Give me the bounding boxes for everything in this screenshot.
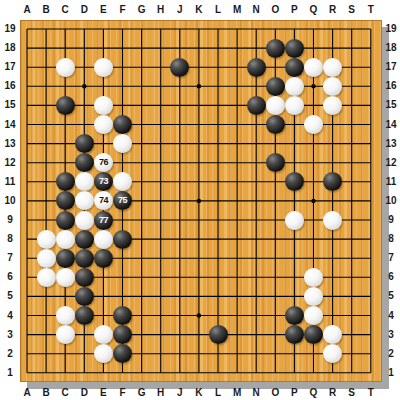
column-label-top-E: E — [100, 5, 107, 15]
row-label-right-1: 1 — [388, 368, 394, 378]
row-label-left-15: 15 — [4, 100, 15, 110]
row-label-right-6: 6 — [388, 272, 394, 282]
black-stone-C10 — [56, 191, 75, 210]
star-point-K16 — [197, 84, 201, 88]
row-label-left-1: 1 — [7, 368, 13, 378]
column-label-bottom-K: K — [195, 388, 202, 398]
column-label-bottom-N: N — [253, 388, 260, 398]
column-label-bottom-S: S — [348, 388, 355, 398]
column-label-top-K: K — [195, 5, 202, 15]
white-stone-E17 — [94, 58, 113, 77]
column-label-bottom-J: J — [177, 388, 183, 398]
black-stone-L3 — [209, 325, 228, 344]
black-stone-C15 — [56, 96, 75, 115]
move-number-73: 73 — [99, 177, 108, 186]
white-stone-E3 — [94, 325, 113, 344]
row-label-right-5: 5 — [388, 291, 394, 301]
row-label-left-12: 12 — [4, 158, 15, 168]
row-label-left-14: 14 — [4, 120, 15, 130]
white-stone-C3 — [56, 325, 75, 344]
black-stone-D7 — [75, 249, 94, 268]
white-stone-R15 — [323, 96, 342, 115]
black-stone-F8 — [113, 230, 132, 249]
black-stone-P4 — [285, 306, 304, 325]
column-label-top-F: F — [119, 5, 125, 15]
white-stone-E2 — [94, 344, 113, 363]
column-label-top-A: A — [23, 5, 30, 15]
move-number-77: 77 — [99, 216, 108, 225]
black-stone-J17 — [170, 58, 189, 77]
row-label-right-10: 10 — [385, 196, 396, 206]
black-stone-O18 — [266, 39, 285, 58]
row-label-right-17: 17 — [385, 62, 396, 72]
column-label-bottom-P: P — [291, 388, 298, 398]
row-label-right-18: 18 — [385, 43, 396, 53]
column-label-bottom-E: E — [100, 388, 107, 398]
black-stone-F3 — [113, 325, 132, 344]
black-stone-D8 — [75, 230, 94, 249]
white-stone-E15 — [94, 96, 113, 115]
row-label-right-11: 11 — [386, 177, 397, 187]
move-number-76: 76 — [99, 158, 108, 167]
black-stone-P17 — [285, 58, 304, 77]
column-label-top-P: P — [291, 5, 298, 15]
white-stone-D11 — [75, 172, 94, 191]
black-stone-D6 — [75, 268, 94, 287]
row-label-right-14: 14 — [385, 120, 396, 130]
white-stone-C4 — [56, 306, 75, 325]
black-stone-C9 — [56, 211, 75, 230]
column-label-bottom-C: C — [62, 388, 69, 398]
column-label-top-H: H — [157, 5, 164, 15]
column-label-top-J: J — [177, 5, 183, 15]
row-label-left-13: 13 — [4, 139, 15, 149]
row-label-right-2: 2 — [388, 349, 394, 359]
black-stone-C7 — [56, 249, 75, 268]
row-label-left-16: 16 — [4, 81, 15, 91]
row-label-left-4: 4 — [7, 311, 13, 321]
row-label-left-2: 2 — [7, 349, 13, 359]
black-stone-D13 — [75, 134, 94, 153]
white-stone-P9 — [285, 211, 304, 230]
star-point-K10 — [197, 199, 201, 203]
black-stone-N17 — [247, 58, 266, 77]
row-label-right-3: 3 — [388, 330, 394, 340]
black-stone-P3 — [285, 325, 304, 344]
column-label-bottom-F: F — [119, 388, 125, 398]
white-stone-E14 — [94, 115, 113, 134]
column-label-top-C: C — [62, 5, 69, 15]
row-label-left-8: 8 — [7, 234, 13, 244]
black-stone-O12 — [266, 153, 285, 172]
go-board[interactable]: 7377757674 — [20, 20, 382, 382]
column-label-top-O: O — [271, 5, 279, 15]
white-stone-R17 — [323, 58, 342, 77]
row-label-left-11: 11 — [5, 177, 16, 187]
row-label-left-17: 17 — [4, 62, 15, 72]
white-stone-C8 — [56, 230, 75, 249]
black-stone-Q3 — [304, 325, 323, 344]
column-label-top-R: R — [329, 5, 336, 15]
row-label-right-15: 15 — [385, 100, 396, 110]
black-stone-O16 — [266, 77, 285, 96]
white-stone-Q5 — [304, 287, 323, 306]
row-label-left-7: 7 — [7, 253, 13, 263]
black-stone-D5 — [75, 287, 94, 306]
white-stone-C17 — [56, 58, 75, 77]
row-label-left-3: 3 — [7, 330, 13, 340]
go-game-screenshot: 7377757674 AABBCCDDEEFFGGHHJJKKLLMMNNOOP… — [0, 0, 400, 400]
white-stone-Q17 — [304, 58, 323, 77]
white-stone-Q4 — [304, 306, 323, 325]
row-label-left-6: 6 — [7, 272, 13, 282]
column-label-top-M: M — [233, 5, 241, 15]
white-stone-C6 — [56, 268, 75, 287]
black-stone-C11 — [56, 172, 75, 191]
black-stone-F14 — [113, 115, 132, 134]
column-label-top-G: G — [138, 5, 146, 15]
star-point-K4 — [197, 313, 201, 317]
column-label-top-N: N — [253, 5, 260, 15]
black-stone-D12 — [75, 153, 94, 172]
column-label-bottom-Q: Q — [310, 388, 318, 398]
column-label-bottom-B: B — [42, 388, 49, 398]
column-label-bottom-L: L — [215, 388, 221, 398]
white-stone-E12: 76 — [94, 153, 113, 172]
column-label-top-Q: Q — [310, 5, 318, 15]
row-label-right-12: 12 — [385, 158, 396, 168]
white-stone-O15 — [266, 96, 285, 115]
black-stone-E7 — [94, 249, 113, 268]
column-label-top-T: T — [368, 5, 374, 15]
black-stone-O14 — [266, 115, 285, 134]
column-label-bottom-D: D — [81, 388, 88, 398]
row-label-right-16: 16 — [385, 81, 396, 91]
white-stone-Q6 — [304, 268, 323, 287]
white-stone-B6 — [37, 268, 56, 287]
white-stone-P15 — [285, 96, 304, 115]
black-stone-F4 — [113, 306, 132, 325]
column-label-bottom-M: M — [233, 388, 241, 398]
black-stone-P18 — [285, 39, 304, 58]
row-label-left-19: 19 — [4, 24, 15, 34]
row-label-left-10: 10 — [4, 196, 15, 206]
row-label-right-7: 7 — [388, 253, 394, 263]
row-label-left-18: 18 — [4, 43, 15, 53]
column-label-bottom-A: A — [23, 388, 30, 398]
column-label-bottom-R: R — [329, 388, 336, 398]
move-number-74: 74 — [99, 196, 108, 205]
row-label-right-9: 9 — [388, 215, 394, 225]
row-label-left-9: 9 — [7, 215, 13, 225]
row-label-left-5: 5 — [7, 291, 13, 301]
row-label-right-13: 13 — [385, 139, 396, 149]
white-stone-B8 — [37, 230, 56, 249]
column-label-top-D: D — [81, 5, 88, 15]
row-label-right-4: 4 — [388, 311, 394, 321]
white-stone-P16 — [285, 77, 304, 96]
row-label-right-19: 19 — [385, 24, 396, 34]
move-number-75: 75 — [118, 196, 127, 205]
column-label-bottom-O: O — [271, 388, 279, 398]
white-stone-Q14 — [304, 115, 323, 134]
white-stone-R9 — [323, 211, 342, 230]
star-point-Q10 — [311, 199, 315, 203]
white-stone-B7 — [37, 249, 56, 268]
column-label-top-B: B — [42, 5, 49, 15]
column-label-top-L: L — [215, 5, 221, 15]
black-stone-E9: 77 — [94, 211, 113, 230]
row-label-right-8: 8 — [388, 234, 394, 244]
star-point-Q16 — [311, 84, 315, 88]
white-stone-D9 — [75, 211, 94, 230]
column-label-bottom-G: G — [138, 388, 146, 398]
white-stone-E8 — [94, 230, 113, 249]
column-label-bottom-H: H — [157, 388, 164, 398]
black-stone-D4 — [75, 306, 94, 325]
star-point-D16 — [82, 84, 86, 88]
black-stone-N15 — [247, 96, 266, 115]
column-label-top-S: S — [348, 5, 355, 15]
white-stone-R16 — [323, 77, 342, 96]
column-label-bottom-T: T — [368, 388, 374, 398]
white-stone-F13 — [113, 134, 132, 153]
